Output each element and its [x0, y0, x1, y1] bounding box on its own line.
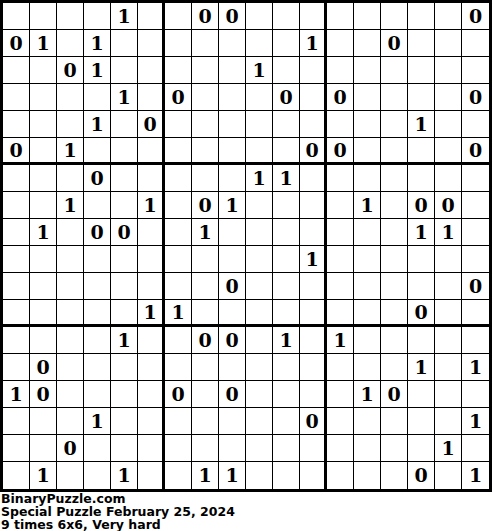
- cell-r7c3[interactable]: [57, 165, 84, 192]
- cell-r17c16[interactable]: [408, 435, 435, 462]
- cell-r11c8[interactable]: [192, 273, 219, 300]
- cell-r8c4[interactable]: [84, 192, 111, 219]
- cell-r18c13[interactable]: [327, 462, 354, 489]
- cell-r10c11[interactable]: [273, 246, 300, 273]
- cell-r17c3: 0: [57, 435, 84, 462]
- cell-r11c5[interactable]: [111, 273, 138, 300]
- cell-r4c4[interactable]: [84, 84, 111, 111]
- cell-r8c5[interactable]: [111, 192, 138, 219]
- cell-r18c6[interactable]: [138, 462, 165, 489]
- cell-r15c12[interactable]: [300, 381, 327, 408]
- cell-r14c4[interactable]: [84, 354, 111, 381]
- cell-r14c8[interactable]: [192, 354, 219, 381]
- cell-r2c4: 1: [84, 30, 111, 57]
- cell-r14c2: 0: [30, 354, 57, 381]
- cell-r7c16[interactable]: [408, 165, 435, 192]
- cell-r18c2: 1: [30, 462, 57, 489]
- cell-r5c5[interactable]: [111, 111, 138, 138]
- cell-r18c8: 1: [192, 462, 219, 489]
- cell-r9c3[interactable]: [57, 219, 84, 246]
- cell-r10c2[interactable]: [30, 246, 57, 273]
- cell-r6c15[interactable]: [381, 138, 408, 165]
- puzzle-footer: BinaryPuzzle.com Special Puzzle February…: [1, 492, 493, 531]
- cell-r8c11[interactable]: [273, 192, 300, 219]
- cell-r18c1[interactable]: [3, 462, 30, 489]
- cell-r6c1: 0: [3, 138, 30, 165]
- cell-r1c11[interactable]: [273, 3, 300, 30]
- cell-r15c6[interactable]: [138, 381, 165, 408]
- cell-r15c10[interactable]: [246, 381, 273, 408]
- cell-r14c6[interactable]: [138, 354, 165, 381]
- cell-r11c6[interactable]: [138, 273, 165, 300]
- cell-r3c7[interactable]: [165, 57, 192, 84]
- cell-r10c5[interactable]: [111, 246, 138, 273]
- cell-r3c4: 1: [84, 57, 111, 84]
- cell-r10c8[interactable]: [192, 246, 219, 273]
- cell-r11c3[interactable]: [57, 273, 84, 300]
- cell-r7c9[interactable]: [219, 165, 246, 192]
- cell-r14c13[interactable]: [327, 354, 354, 381]
- cell-r5c6: 0: [138, 111, 165, 138]
- cell-r10c3[interactable]: [57, 246, 84, 273]
- cell-r8c2[interactable]: [30, 192, 57, 219]
- cell-r11c17[interactable]: [435, 273, 462, 300]
- cell-r4c10[interactable]: [246, 84, 273, 111]
- cell-r8c12[interactable]: [300, 192, 327, 219]
- cell-r12c12[interactable]: [300, 300, 327, 327]
- cell-r2c14[interactable]: [354, 30, 381, 57]
- cell-r10c4[interactable]: [84, 246, 111, 273]
- cell-r16c2[interactable]: [30, 408, 57, 435]
- cell-r10c18[interactable]: [462, 246, 489, 273]
- cell-r14c18: 1: [462, 354, 489, 381]
- cell-r17c8[interactable]: [192, 435, 219, 462]
- cell-r9c10[interactable]: [246, 219, 273, 246]
- cell-r18c12[interactable]: [300, 462, 327, 489]
- cell-r13c10[interactable]: [246, 327, 273, 354]
- cell-r18c18: 1: [462, 462, 489, 489]
- cell-r17c7[interactable]: [165, 435, 192, 462]
- cell-r1c13[interactable]: [327, 3, 354, 30]
- cell-r6c8[interactable]: [192, 138, 219, 165]
- cell-r15c15: 0: [381, 381, 408, 408]
- cell-r5c1[interactable]: [3, 111, 30, 138]
- cell-r6c4[interactable]: [84, 138, 111, 165]
- cell-r15c17[interactable]: [435, 381, 462, 408]
- cell-r18c15[interactable]: [381, 462, 408, 489]
- cell-r17c5[interactable]: [111, 435, 138, 462]
- cell-r3c12[interactable]: [300, 57, 327, 84]
- cell-r10c7[interactable]: [165, 246, 192, 273]
- cell-r2c16[interactable]: [408, 30, 435, 57]
- cell-r10c17[interactable]: [435, 246, 462, 273]
- cell-r5c3[interactable]: [57, 111, 84, 138]
- cell-r4c3[interactable]: [57, 84, 84, 111]
- cell-r3c6[interactable]: [138, 57, 165, 84]
- cell-r9c1[interactable]: [3, 219, 30, 246]
- cell-r16c8[interactable]: [192, 408, 219, 435]
- cell-r8c13[interactable]: [327, 192, 354, 219]
- cell-r7c8[interactable]: [192, 165, 219, 192]
- cell-r5c13[interactable]: [327, 111, 354, 138]
- cell-r13c11: 1: [273, 327, 300, 354]
- cell-r6c2[interactable]: [30, 138, 57, 165]
- cell-r4c16[interactable]: [408, 84, 435, 111]
- cell-r15c3[interactable]: [57, 381, 84, 408]
- cell-r16c5[interactable]: [111, 408, 138, 435]
- cell-r4c1[interactable]: [3, 84, 30, 111]
- cell-r14c15[interactable]: [381, 354, 408, 381]
- cell-r8c10[interactable]: [246, 192, 273, 219]
- cell-r12c13[interactable]: [327, 300, 354, 327]
- cell-r14c12[interactable]: [300, 354, 327, 381]
- cell-r14c5[interactable]: [111, 354, 138, 381]
- cell-r9c13[interactable]: [327, 219, 354, 246]
- cell-r3c8[interactable]: [192, 57, 219, 84]
- cell-r16c10[interactable]: [246, 408, 273, 435]
- cell-r3c1[interactable]: [3, 57, 30, 84]
- cell-r7c15[interactable]: [381, 165, 408, 192]
- cell-r5c10[interactable]: [246, 111, 273, 138]
- cell-r17c4[interactable]: [84, 435, 111, 462]
- cell-r13c2[interactable]: [30, 327, 57, 354]
- cell-r9c14[interactable]: [354, 219, 381, 246]
- cell-r12c15[interactable]: [381, 300, 408, 327]
- cell-r10c13[interactable]: [327, 246, 354, 273]
- cell-r9c11[interactable]: [273, 219, 300, 246]
- cell-r14c11[interactable]: [273, 354, 300, 381]
- cell-r17c9[interactable]: [219, 435, 246, 462]
- cell-r15c8[interactable]: [192, 381, 219, 408]
- cell-r16c16[interactable]: [408, 408, 435, 435]
- cell-r5c7[interactable]: [165, 111, 192, 138]
- cell-r6c6[interactable]: [138, 138, 165, 165]
- cell-r14c3[interactable]: [57, 354, 84, 381]
- cell-r15c13[interactable]: [327, 381, 354, 408]
- cell-r15c4[interactable]: [84, 381, 111, 408]
- cell-r13c6[interactable]: [138, 327, 165, 354]
- cell-r5c17[interactable]: [435, 111, 462, 138]
- cell-r1c3[interactable]: [57, 3, 84, 30]
- cell-r2c13[interactable]: [327, 30, 354, 57]
- cell-r16c3[interactable]: [57, 408, 84, 435]
- cell-r11c18: 0: [462, 273, 489, 300]
- cell-r5c11[interactable]: [273, 111, 300, 138]
- cell-r13c7[interactable]: [165, 327, 192, 354]
- cell-r6c17[interactable]: [435, 138, 462, 165]
- cell-r14c17[interactable]: [435, 354, 462, 381]
- cell-r5c4: 1: [84, 111, 111, 138]
- cell-r3c15[interactable]: [381, 57, 408, 84]
- cell-r15c11[interactable]: [273, 381, 300, 408]
- cell-r14c14[interactable]: [354, 354, 381, 381]
- cell-r10c16[interactable]: [408, 246, 435, 273]
- cell-r11c1[interactable]: [3, 273, 30, 300]
- cell-r9c4: 0: [84, 219, 111, 246]
- cell-r18c3[interactable]: [57, 462, 84, 489]
- cell-r12c14[interactable]: [354, 300, 381, 327]
- cell-r13c14[interactable]: [354, 327, 381, 354]
- cell-r1c8: 0: [192, 3, 219, 30]
- cell-r11c14[interactable]: [354, 273, 381, 300]
- cell-r17c12[interactable]: [300, 435, 327, 462]
- cell-r3c5[interactable]: [111, 57, 138, 84]
- cell-r6c16[interactable]: [408, 138, 435, 165]
- cell-r16c11[interactable]: [273, 408, 300, 435]
- cell-r12c5[interactable]: [111, 300, 138, 327]
- cell-r5c8[interactable]: [192, 111, 219, 138]
- cell-r11c10[interactable]: [246, 273, 273, 300]
- cell-r8c9: 1: [219, 192, 246, 219]
- cell-r4c15[interactable]: [381, 84, 408, 111]
- cell-r1c9: 0: [219, 3, 246, 30]
- cell-r18c11[interactable]: [273, 462, 300, 489]
- cell-r2c6[interactable]: [138, 30, 165, 57]
- cell-r17c14[interactable]: [354, 435, 381, 462]
- cell-r18c9: 1: [219, 462, 246, 489]
- cell-r16c1[interactable]: [3, 408, 30, 435]
- cell-r1c15[interactable]: [381, 3, 408, 30]
- cell-r11c4[interactable]: [84, 273, 111, 300]
- cell-r5c15[interactable]: [381, 111, 408, 138]
- cell-r17c18[interactable]: [462, 435, 489, 462]
- cell-r7c7[interactable]: [165, 165, 192, 192]
- cell-r16c17[interactable]: [435, 408, 462, 435]
- cell-r4c12[interactable]: [300, 84, 327, 111]
- cell-r16c6[interactable]: [138, 408, 165, 435]
- cell-r14c7[interactable]: [165, 354, 192, 381]
- cell-r7c2[interactable]: [30, 165, 57, 192]
- cell-r13c1[interactable]: [3, 327, 30, 354]
- cell-r18c17[interactable]: [435, 462, 462, 489]
- cell-r1c14[interactable]: [354, 3, 381, 30]
- cell-r4c18: 0: [462, 84, 489, 111]
- cell-r8c7[interactable]: [165, 192, 192, 219]
- cell-r3c17[interactable]: [435, 57, 462, 84]
- cell-r9c9[interactable]: [219, 219, 246, 246]
- cell-r12c6: 1: [138, 300, 165, 327]
- cell-r8c16: 0: [408, 192, 435, 219]
- cell-r3c13[interactable]: [327, 57, 354, 84]
- cell-r2c11[interactable]: [273, 30, 300, 57]
- cell-r6c10[interactable]: [246, 138, 273, 165]
- cell-r5c2[interactable]: [30, 111, 57, 138]
- cell-r7c14[interactable]: [354, 165, 381, 192]
- cell-r1c6[interactable]: [138, 3, 165, 30]
- cell-r9c15[interactable]: [381, 219, 408, 246]
- cell-r9c12[interactable]: [300, 219, 327, 246]
- cell-r8c18[interactable]: [462, 192, 489, 219]
- cell-r11c9: 0: [219, 273, 246, 300]
- cell-r18c4[interactable]: [84, 462, 111, 489]
- cell-r7c17[interactable]: [435, 165, 462, 192]
- cell-r16c4: 1: [84, 408, 111, 435]
- cell-r4c2[interactable]: [30, 84, 57, 111]
- cell-r17c11[interactable]: [273, 435, 300, 462]
- cell-r6c9[interactable]: [219, 138, 246, 165]
- cell-r12c16: 0: [408, 300, 435, 327]
- cell-r16c12: 0: [300, 408, 327, 435]
- cell-r15c5[interactable]: [111, 381, 138, 408]
- cell-r10c9[interactable]: [219, 246, 246, 273]
- cell-r2c3[interactable]: [57, 30, 84, 57]
- cell-r17c17: 1: [435, 435, 462, 462]
- cell-r12c1[interactable]: [3, 300, 30, 327]
- cell-r1c1[interactable]: [3, 3, 30, 30]
- cell-r18c5: 1: [111, 462, 138, 489]
- cell-r12c8[interactable]: [192, 300, 219, 327]
- cell-r2c12: 1: [300, 30, 327, 57]
- cell-r7c13[interactable]: [327, 165, 354, 192]
- cell-r11c13[interactable]: [327, 273, 354, 300]
- puzzle-spec: 9 times 6x6, Very hard: [1, 518, 493, 531]
- cell-r12c18[interactable]: [462, 300, 489, 327]
- cell-r5c18[interactable]: [462, 111, 489, 138]
- cell-r3c2[interactable]: [30, 57, 57, 84]
- cell-r13c16[interactable]: [408, 327, 435, 354]
- cell-r10c1[interactable]: [3, 246, 30, 273]
- cell-r13c3[interactable]: [57, 327, 84, 354]
- cell-r9c18[interactable]: [462, 219, 489, 246]
- cell-r13c5: 1: [111, 327, 138, 354]
- cell-r3c11[interactable]: [273, 57, 300, 84]
- cell-r2c7[interactable]: [165, 30, 192, 57]
- cell-r12c11[interactable]: [273, 300, 300, 327]
- cell-r2c10[interactable]: [246, 30, 273, 57]
- cell-r6c11[interactable]: [273, 138, 300, 165]
- cell-r6c14[interactable]: [354, 138, 381, 165]
- cell-r5c12[interactable]: [300, 111, 327, 138]
- cell-r7c10: 1: [246, 165, 273, 192]
- cell-r13c15[interactable]: [381, 327, 408, 354]
- cell-r7c1[interactable]: [3, 165, 30, 192]
- cell-r2c9[interactable]: [219, 30, 246, 57]
- cell-r4c17[interactable]: [435, 84, 462, 111]
- cell-r16c14[interactable]: [354, 408, 381, 435]
- cell-r6c13: 0: [327, 138, 354, 165]
- cell-r4c8[interactable]: [192, 84, 219, 111]
- cell-r12c3[interactable]: [57, 300, 84, 327]
- cell-r6c5[interactable]: [111, 138, 138, 165]
- cell-r3c9[interactable]: [219, 57, 246, 84]
- cell-r13c18[interactable]: [462, 327, 489, 354]
- cell-r15c18[interactable]: [462, 381, 489, 408]
- cell-r12c4[interactable]: [84, 300, 111, 327]
- cell-r12c2[interactable]: [30, 300, 57, 327]
- cell-r3c16[interactable]: [408, 57, 435, 84]
- cell-r16c13[interactable]: [327, 408, 354, 435]
- cell-r18c14[interactable]: [354, 462, 381, 489]
- cell-r7c18[interactable]: [462, 165, 489, 192]
- cell-r6c7[interactable]: [165, 138, 192, 165]
- cell-r13c4[interactable]: [84, 327, 111, 354]
- cell-r8c1[interactable]: [3, 192, 30, 219]
- cell-r11c15[interactable]: [381, 273, 408, 300]
- cell-r13c9: 0: [219, 327, 246, 354]
- cell-r1c2[interactable]: [30, 3, 57, 30]
- cell-r14c1[interactable]: [3, 354, 30, 381]
- cell-r16c18: 1: [462, 408, 489, 435]
- cell-r5c14[interactable]: [354, 111, 381, 138]
- cell-r4c5: 1: [111, 84, 138, 111]
- cell-r1c12[interactable]: [300, 3, 327, 30]
- cell-r10c6[interactable]: [138, 246, 165, 273]
- cell-r4c11: 0: [273, 84, 300, 111]
- cell-r10c14[interactable]: [354, 246, 381, 273]
- cell-r12c17[interactable]: [435, 300, 462, 327]
- cell-r1c17[interactable]: [435, 3, 462, 30]
- cell-r9c6[interactable]: [138, 219, 165, 246]
- cell-r15c16[interactable]: [408, 381, 435, 408]
- cell-r4c6[interactable]: [138, 84, 165, 111]
- cell-r8c15[interactable]: [381, 192, 408, 219]
- cell-r11c16[interactable]: [408, 273, 435, 300]
- cell-r12c9[interactable]: [219, 300, 246, 327]
- cell-r9c7[interactable]: [165, 219, 192, 246]
- cell-r2c5[interactable]: [111, 30, 138, 57]
- cell-r14c9[interactable]: [219, 354, 246, 381]
- cell-r17c1[interactable]: [3, 435, 30, 462]
- cell-r14c16: 1: [408, 354, 435, 381]
- cell-r5c9[interactable]: [219, 111, 246, 138]
- cell-r11c12[interactable]: [300, 273, 327, 300]
- cell-r3c14[interactable]: [354, 57, 381, 84]
- cell-r4c9[interactable]: [219, 84, 246, 111]
- cell-r10c15[interactable]: [381, 246, 408, 273]
- cell-r15c9: 0: [219, 381, 246, 408]
- cell-r11c11[interactable]: [273, 273, 300, 300]
- cell-r2c8[interactable]: [192, 30, 219, 57]
- cell-r3c18[interactable]: [462, 57, 489, 84]
- cell-r11c2[interactable]: [30, 273, 57, 300]
- cell-r12c10[interactable]: [246, 300, 273, 327]
- cell-r7c6[interactable]: [138, 165, 165, 192]
- cell-r17c13[interactable]: [327, 435, 354, 462]
- cell-r8c17: 0: [435, 192, 462, 219]
- cell-r9c2: 1: [30, 219, 57, 246]
- cell-r16c9[interactable]: [219, 408, 246, 435]
- cell-r4c14[interactable]: [354, 84, 381, 111]
- cell-r5c16: 1: [408, 111, 435, 138]
- cell-r9c16: 1: [408, 219, 435, 246]
- cell-r6c12: 0: [300, 138, 327, 165]
- cell-r1c7[interactable]: [165, 3, 192, 30]
- cell-r15c2: 0: [30, 381, 57, 408]
- cell-r16c15[interactable]: [381, 408, 408, 435]
- cell-r11c7[interactable]: [165, 273, 192, 300]
- cell-r13c17[interactable]: [435, 327, 462, 354]
- cell-r2c15: 0: [381, 30, 408, 57]
- cell-r17c2[interactable]: [30, 435, 57, 462]
- cell-r18c10[interactable]: [246, 462, 273, 489]
- cell-r7c12[interactable]: [300, 165, 327, 192]
- cell-r1c4[interactable]: [84, 3, 111, 30]
- cell-r14c10[interactable]: [246, 354, 273, 381]
- cell-r2c17[interactable]: [435, 30, 462, 57]
- cell-r1c10[interactable]: [246, 3, 273, 30]
- cell-r10c10[interactable]: [246, 246, 273, 273]
- cell-r17c15[interactable]: [381, 435, 408, 462]
- cell-r16c7[interactable]: [165, 408, 192, 435]
- cell-r7c5[interactable]: [111, 165, 138, 192]
- cell-r2c18[interactable]: [462, 30, 489, 57]
- cell-r17c6[interactable]: [138, 435, 165, 462]
- cell-r13c12[interactable]: [300, 327, 327, 354]
- cell-r2c1: 0: [3, 30, 30, 57]
- cell-r1c16[interactable]: [408, 3, 435, 30]
- cell-r18c7[interactable]: [165, 462, 192, 489]
- cell-r17c10[interactable]: [246, 435, 273, 462]
